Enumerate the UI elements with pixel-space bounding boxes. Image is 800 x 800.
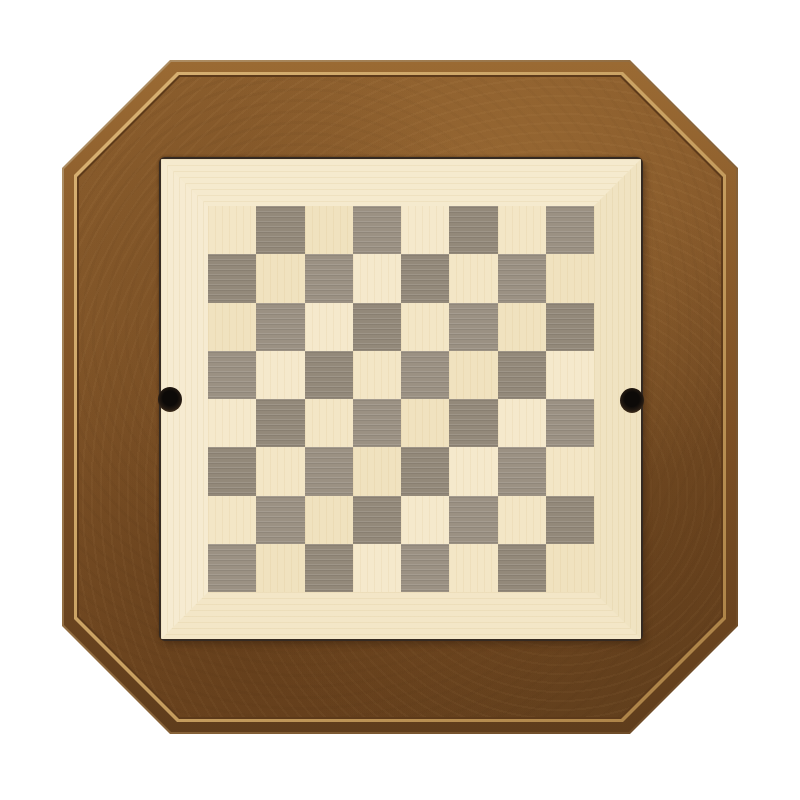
square-d8[interactable]	[353, 206, 401, 254]
board-frame-top	[161, 159, 641, 206]
square-f7[interactable]	[449, 254, 497, 302]
square-h3[interactable]	[546, 447, 594, 495]
square-a3[interactable]	[208, 447, 256, 495]
square-e5[interactable]	[401, 351, 449, 399]
square-g7[interactable]	[498, 254, 546, 302]
chessboard	[159, 157, 643, 641]
square-b8[interactable]	[256, 206, 304, 254]
square-b6[interactable]	[256, 303, 304, 351]
square-b2[interactable]	[256, 496, 304, 544]
square-e6[interactable]	[401, 303, 449, 351]
square-f4[interactable]	[449, 399, 497, 447]
square-g3[interactable]	[498, 447, 546, 495]
square-e1[interactable]	[401, 544, 449, 592]
square-g6[interactable]	[498, 303, 546, 351]
square-d5[interactable]	[353, 351, 401, 399]
square-g5[interactable]	[498, 351, 546, 399]
square-c4[interactable]	[305, 399, 353, 447]
square-a7[interactable]	[208, 254, 256, 302]
square-a2[interactable]	[208, 496, 256, 544]
square-d3[interactable]	[353, 447, 401, 495]
square-f1[interactable]	[449, 544, 497, 592]
board-grid	[208, 206, 594, 592]
square-e2[interactable]	[401, 496, 449, 544]
square-d1[interactable]	[353, 544, 401, 592]
square-b7[interactable]	[256, 254, 304, 302]
square-b5[interactable]	[256, 351, 304, 399]
square-f5[interactable]	[449, 351, 497, 399]
square-b3[interactable]	[256, 447, 304, 495]
square-h7[interactable]	[546, 254, 594, 302]
square-c5[interactable]	[305, 351, 353, 399]
square-h6[interactable]	[546, 303, 594, 351]
square-d7[interactable]	[353, 254, 401, 302]
product-photo	[0, 0, 800, 800]
square-h1[interactable]	[546, 544, 594, 592]
square-c1[interactable]	[305, 544, 353, 592]
square-b4[interactable]	[256, 399, 304, 447]
square-a1[interactable]	[208, 544, 256, 592]
square-a5[interactable]	[208, 351, 256, 399]
board-frame-bottom	[161, 592, 641, 639]
square-c8[interactable]	[305, 206, 353, 254]
square-g2[interactable]	[498, 496, 546, 544]
finger-notch-right	[620, 388, 644, 413]
square-g4[interactable]	[498, 399, 546, 447]
square-c2[interactable]	[305, 496, 353, 544]
square-e4[interactable]	[401, 399, 449, 447]
square-a4[interactable]	[208, 399, 256, 447]
square-d4[interactable]	[353, 399, 401, 447]
finger-notch-left	[158, 387, 182, 412]
square-e3[interactable]	[401, 447, 449, 495]
square-f8[interactable]	[449, 206, 497, 254]
square-f2[interactable]	[449, 496, 497, 544]
square-c6[interactable]	[305, 303, 353, 351]
square-g1[interactable]	[498, 544, 546, 592]
square-a6[interactable]	[208, 303, 256, 351]
square-d6[interactable]	[353, 303, 401, 351]
square-h2[interactable]	[546, 496, 594, 544]
square-e8[interactable]	[401, 206, 449, 254]
square-h8[interactable]	[546, 206, 594, 254]
square-f6[interactable]	[449, 303, 497, 351]
square-d2[interactable]	[353, 496, 401, 544]
square-f3[interactable]	[449, 447, 497, 495]
square-b1[interactable]	[256, 544, 304, 592]
square-c7[interactable]	[305, 254, 353, 302]
square-h4[interactable]	[546, 399, 594, 447]
square-g8[interactable]	[498, 206, 546, 254]
square-a8[interactable]	[208, 206, 256, 254]
square-e7[interactable]	[401, 254, 449, 302]
square-h5[interactable]	[546, 351, 594, 399]
square-c3[interactable]	[305, 447, 353, 495]
